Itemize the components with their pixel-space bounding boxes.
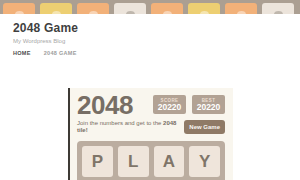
- board-tile-a: A: [154, 146, 185, 177]
- header-tile: [114, 3, 146, 14]
- score-boxes: SCORE 20220 BEST 20220: [153, 95, 225, 114]
- intro-text-plain: Join the numbers and get to the: [77, 120, 163, 126]
- site-tagline: My Wordpress Blog: [13, 38, 78, 44]
- tile-number-peek: [126, 11, 135, 14]
- panel-header: 2048 SCORE 20220 BEST 20220: [77, 95, 225, 115]
- header-tile: [3, 3, 35, 14]
- tile-number-peek: [89, 11, 98, 14]
- new-game-button[interactable]: New Game: [184, 120, 225, 134]
- board-tile-p: P: [82, 146, 113, 177]
- best-box: BEST 20220: [192, 95, 225, 114]
- score-box: SCORE 20220: [153, 95, 186, 114]
- main-nav: HOME 2048 GAME: [13, 50, 77, 56]
- board-tile-l: L: [118, 146, 149, 177]
- tile-number-peek: [200, 11, 209, 14]
- intro-row: Join the numbers and get to the 2048 til…: [77, 120, 225, 134]
- board-tile-y: Y: [189, 146, 220, 177]
- banner-tiles: [0, 0, 300, 14]
- tile-number-peek: [52, 11, 61, 14]
- intro-text: Join the numbers and get to the 2048 til…: [77, 120, 183, 134]
- tile-number-peek: [237, 11, 246, 14]
- tile-number-peek: [274, 11, 283, 14]
- tile-number-peek: [163, 11, 172, 14]
- header-banner: [0, 0, 300, 14]
- game-logo: 2048: [77, 95, 133, 115]
- nav-item-2048-game[interactable]: 2048 GAME: [44, 50, 77, 56]
- tile-number-peek: [15, 11, 24, 14]
- header-tile: [225, 3, 257, 14]
- header-tile: [151, 3, 183, 14]
- header-tile: [262, 3, 294, 14]
- best-value: 20220: [197, 103, 221, 112]
- game-board: PLAY: [77, 141, 225, 180]
- site-header: 2048 Game My Wordpress Blog: [13, 21, 78, 44]
- game-panel: 2048 SCORE 20220 BEST 20220 Join the num…: [68, 88, 233, 180]
- header-tile: [188, 3, 220, 14]
- header-tile: [40, 3, 72, 14]
- score-value: 20220: [158, 103, 182, 112]
- site-title-link[interactable]: 2048 Game: [13, 21, 78, 35]
- nav-item-home[interactable]: HOME: [13, 50, 31, 56]
- header-tile: [77, 3, 109, 14]
